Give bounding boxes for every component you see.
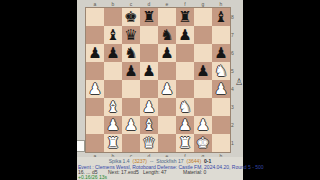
square-a4[interactable]: ♟ <box>86 80 104 98</box>
square-h4[interactable]: ♟ <box>212 80 230 98</box>
square-f1[interactable]: ♜ <box>176 134 194 152</box>
square-f5[interactable] <box>176 62 194 80</box>
black-king[interactable]: ♚ <box>122 8 140 26</box>
square-c3[interactable] <box>122 98 140 116</box>
square-e2[interactable] <box>158 116 176 134</box>
square-c6[interactable]: ♞ <box>122 44 140 62</box>
rank-label-7: 7 <box>231 26 237 44</box>
white-bishop[interactable]: ♝ <box>140 116 158 134</box>
white-pawn[interactable]: ♟ <box>86 80 104 98</box>
square-e3[interactable] <box>158 98 176 116</box>
file-label-d: d <box>140 1 158 7</box>
white-rook[interactable]: ♜ <box>104 134 122 152</box>
material-balance-text: Material: 0 <box>183 169 206 175</box>
black-pawn[interactable]: ♟ <box>158 44 176 62</box>
square-g6[interactable] <box>194 44 212 62</box>
square-b2[interactable]: ♟ <box>104 116 122 134</box>
black-knight[interactable]: ♞ <box>158 26 176 44</box>
white-pawn[interactable]: ♟ <box>158 80 176 98</box>
file-labels-top: abcdefgh <box>86 1 230 7</box>
square-a8[interactable] <box>86 8 104 26</box>
square-f6[interactable] <box>176 44 194 62</box>
next-move-text: Next: 17.exd5 <box>108 169 139 175</box>
white-king[interactable]: ♚ <box>194 134 212 152</box>
square-c2[interactable]: ♟ <box>122 116 140 134</box>
black-pawn[interactable]: ♟ <box>140 62 158 80</box>
square-a6[interactable]: ♟ <box>86 44 104 62</box>
square-g5[interactable]: ♟ <box>194 62 212 80</box>
square-f8[interactable]: ♜ <box>176 8 194 26</box>
square-h5[interactable]: ♞ <box>212 62 230 80</box>
square-d1[interactable]: ♛ <box>140 134 158 152</box>
white-pawn[interactable]: ♟ <box>212 80 230 98</box>
square-g7[interactable] <box>194 26 212 44</box>
game-length-text: Length: 47 <box>143 169 167 175</box>
file-label-b: b <box>104 1 122 7</box>
black-bishop[interactable]: ♝ <box>104 26 122 44</box>
white-pawn-turn-indicator-icon: ♙ <box>235 77 243 87</box>
black-pawn[interactable]: ♟ <box>176 26 194 44</box>
black-pawn[interactable]: ♟ <box>194 62 212 80</box>
black-bishop[interactable]: ♝ <box>212 8 230 26</box>
square-a5[interactable] <box>86 62 104 80</box>
square-b4[interactable] <box>104 80 122 98</box>
square-c1[interactable] <box>122 134 140 152</box>
square-b7[interactable]: ♝ <box>104 26 122 44</box>
square-d5[interactable]: ♟ <box>140 62 158 80</box>
white-pawn[interactable]: ♟ <box>140 98 158 116</box>
black-pawn[interactable]: ♟ <box>122 62 140 80</box>
square-c7[interactable]: ♛ <box>122 26 140 44</box>
white-pawn[interactable]: ♟ <box>104 116 122 134</box>
square-d3[interactable]: ♟ <box>140 98 158 116</box>
square-f4[interactable] <box>176 80 194 98</box>
white-pawn[interactable]: ♟ <box>194 116 212 134</box>
white-pawn[interactable]: ♟ <box>176 116 194 134</box>
square-b5[interactable] <box>104 62 122 80</box>
panel-edge-box <box>77 140 85 152</box>
square-a1[interactable] <box>86 134 104 152</box>
file-label-e: e <box>158 1 176 7</box>
white-pawn[interactable]: ♟ <box>122 116 140 134</box>
file-label-a: a <box>86 1 104 7</box>
square-g1[interactable]: ♚ <box>194 134 212 152</box>
square-g3[interactable] <box>194 98 212 116</box>
square-h7[interactable] <box>212 26 230 44</box>
square-h3[interactable] <box>212 98 230 116</box>
black-knight[interactable]: ♞ <box>122 44 140 62</box>
black-pawn[interactable]: ♟ <box>104 44 122 62</box>
square-e5[interactable] <box>158 62 176 80</box>
square-e6[interactable]: ♟ <box>158 44 176 62</box>
square-a7[interactable] <box>86 26 104 44</box>
square-b3[interactable]: ♝ <box>104 98 122 116</box>
square-h8[interactable]: ♝ <box>212 8 230 26</box>
square-e4[interactable]: ♟ <box>158 80 176 98</box>
square-g2[interactable]: ♟ <box>194 116 212 134</box>
engine-eval-text: +0.16/26 13s <box>78 174 107 180</box>
square-h2[interactable] <box>212 116 230 134</box>
square-f2[interactable]: ♟ <box>176 116 194 134</box>
square-d4[interactable] <box>140 80 158 98</box>
file-label-c: c <box>122 1 140 7</box>
rank-label-3: 3 <box>231 98 237 116</box>
square-h6[interactable]: ♟ <box>212 44 230 62</box>
square-f7[interactable]: ♟ <box>176 26 194 44</box>
square-e1[interactable] <box>158 134 176 152</box>
white-bishop[interactable]: ♝ <box>104 98 122 116</box>
square-c8[interactable]: ♚ <box>122 8 140 26</box>
white-queen[interactable]: ♛ <box>140 134 158 152</box>
rank-label-1: 1 <box>231 134 237 152</box>
square-a3[interactable] <box>86 98 104 116</box>
square-b8[interactable] <box>104 8 122 26</box>
rank-label-6: 6 <box>231 44 237 62</box>
square-b1[interactable]: ♜ <box>104 134 122 152</box>
white-knight[interactable]: ♞ <box>176 98 194 116</box>
file-label-f: f <box>176 1 194 7</box>
square-g4[interactable] <box>194 80 212 98</box>
black-rook[interactable]: ♜ <box>176 8 194 26</box>
chess-board[interactable]: ♚♜♜♝♝♛♞♟♟♟♞♟♟♟♟♟♞♟♟♟♝♟♞♟♟♝♟♟♜♛♜♚ <box>86 8 230 152</box>
black-rook[interactable]: ♜ <box>140 8 158 26</box>
square-e8[interactable] <box>158 8 176 26</box>
chess-gui-panel: abcdefgh ♚♜♜♝♝♛♞♟♟♟♞♟♟♟♟♟♞♟♟♟♝♟♞♟♟♝♟♟♜♛♜… <box>77 0 243 180</box>
square-c5[interactable]: ♟ <box>122 62 140 80</box>
white-knight[interactable]: ♞ <box>212 62 230 80</box>
square-d7[interactable] <box>140 26 158 44</box>
file-label-g: g <box>194 1 212 7</box>
square-h1[interactable] <box>212 134 230 152</box>
screenshot-stage: abcdefgh ♚♜♜♝♝♛♞♟♟♟♞♟♟♟♟♟♞♟♟♟♝♟♞♟♟♝♟♟♜♛♜… <box>0 0 320 180</box>
black-queen[interactable]: ♛ <box>122 26 140 44</box>
black-pawn[interactable]: ♟ <box>86 44 104 62</box>
square-d6[interactable] <box>140 44 158 62</box>
square-f3[interactable]: ♞ <box>176 98 194 116</box>
square-d8[interactable]: ♜ <box>140 8 158 26</box>
game-caption: Spika 1.4 (3237) -- Stockfish 17 (3644) … <box>77 157 243 180</box>
square-a2[interactable] <box>86 116 104 134</box>
file-label-h: h <box>212 1 230 7</box>
rank-label-2: 2 <box>231 116 237 134</box>
white-rook[interactable]: ♜ <box>176 134 194 152</box>
square-g8[interactable] <box>194 8 212 26</box>
black-pawn[interactable]: ♟ <box>212 44 230 62</box>
square-e7[interactable]: ♞ <box>158 26 176 44</box>
square-d2[interactable]: ♝ <box>140 116 158 134</box>
square-c4[interactable] <box>122 80 140 98</box>
square-b6[interactable]: ♟ <box>104 44 122 62</box>
rank-label-8: 8 <box>231 8 237 26</box>
